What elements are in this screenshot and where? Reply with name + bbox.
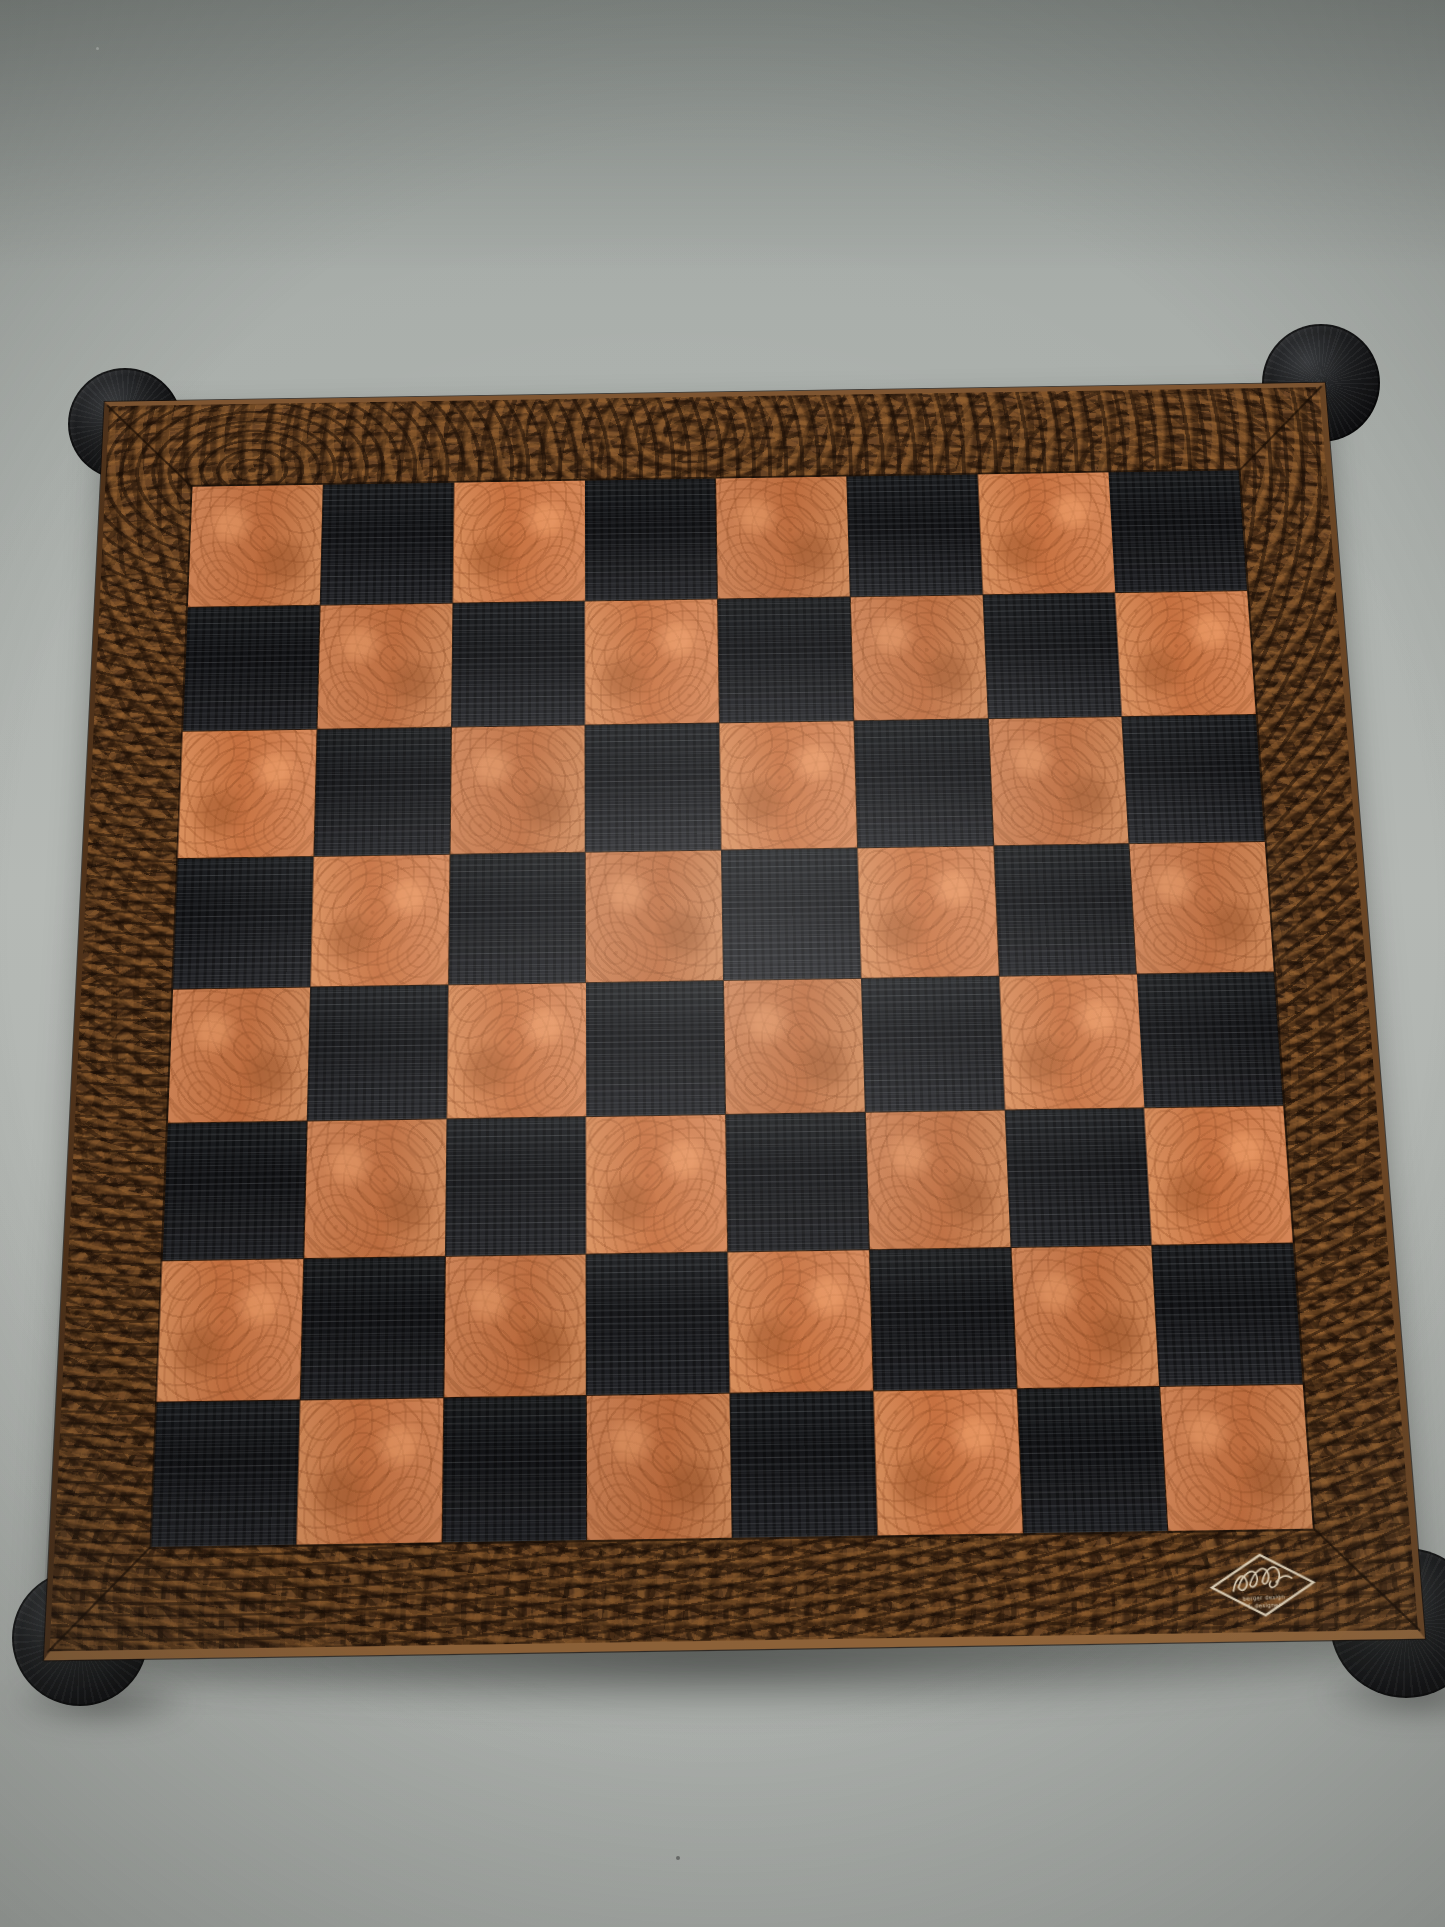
square-g5 xyxy=(994,844,1136,976)
photo-background: berger design & designer xyxy=(0,0,1445,1927)
square-b3 xyxy=(304,1119,446,1258)
square-h8 xyxy=(1109,470,1247,592)
square-h6 xyxy=(1123,715,1265,843)
square-e1 xyxy=(730,1391,877,1537)
square-e8 xyxy=(716,476,849,598)
square-b8 xyxy=(320,483,453,605)
frame-mitre-seam-bottom-left xyxy=(47,1547,151,1654)
square-g1 xyxy=(1017,1387,1167,1533)
square-g6 xyxy=(988,717,1128,845)
square-d2 xyxy=(587,1252,730,1394)
square-e2 xyxy=(728,1250,872,1392)
square-f5 xyxy=(858,846,999,978)
square-c5 xyxy=(449,853,586,985)
square-b7 xyxy=(317,604,452,729)
square-d7 xyxy=(585,599,718,724)
square-h1 xyxy=(1160,1385,1312,1531)
square-g7 xyxy=(983,593,1122,718)
square-h2 xyxy=(1152,1244,1302,1386)
square-h7 xyxy=(1116,591,1256,716)
square-d4 xyxy=(586,981,725,1116)
square-c7 xyxy=(452,602,585,727)
square-a2 xyxy=(157,1259,303,1402)
square-g2 xyxy=(1011,1246,1159,1388)
square-e3 xyxy=(726,1113,869,1252)
square-a5 xyxy=(173,857,313,989)
square-f6 xyxy=(854,719,993,847)
square-b4 xyxy=(307,985,447,1120)
square-c3 xyxy=(445,1117,585,1256)
logo-text-line1: berger design xyxy=(1243,1594,1286,1602)
square-b2 xyxy=(300,1257,444,1399)
dust-speck xyxy=(96,47,99,50)
square-c4 xyxy=(447,983,586,1118)
square-a7 xyxy=(183,606,319,731)
square-a4 xyxy=(168,988,310,1123)
maker-logo-svg: berger design & designer xyxy=(1207,1549,1319,1621)
square-b6 xyxy=(314,728,450,856)
square-b1 xyxy=(297,1398,443,1544)
square-c1 xyxy=(442,1396,586,1542)
frame-mitre-seam-bottom-right xyxy=(1314,1528,1421,1631)
square-b5 xyxy=(311,855,449,987)
square-g3 xyxy=(1005,1108,1151,1247)
square-d8 xyxy=(585,479,717,601)
square-c8 xyxy=(453,481,585,603)
square-d5 xyxy=(586,851,723,983)
square-a3 xyxy=(163,1122,307,1261)
frame-mitre-seam-top-right xyxy=(1239,386,1322,471)
chess-board: berger design & designer xyxy=(44,383,1425,1661)
square-e4 xyxy=(724,979,865,1114)
maker-signature xyxy=(1231,1566,1292,1591)
square-f7 xyxy=(851,595,988,720)
square-a6 xyxy=(178,730,316,858)
square-h4 xyxy=(1137,972,1283,1107)
square-f1 xyxy=(874,1389,1022,1535)
square-f8 xyxy=(847,474,982,596)
square-c2 xyxy=(444,1255,586,1397)
square-g4 xyxy=(999,975,1143,1110)
square-a1 xyxy=(152,1400,300,1546)
square-e7 xyxy=(718,597,853,722)
square-h5 xyxy=(1130,842,1274,974)
square-e5 xyxy=(722,848,861,980)
square-h3 xyxy=(1145,1106,1293,1245)
frame-mitre-seam-top-left xyxy=(107,405,192,487)
square-f3 xyxy=(866,1111,1010,1250)
square-c6 xyxy=(450,725,585,853)
square-d3 xyxy=(587,1115,728,1254)
dust-speck xyxy=(676,1856,680,1860)
square-d1 xyxy=(587,1394,732,1540)
square-f4 xyxy=(862,977,1004,1112)
square-a8 xyxy=(188,485,323,607)
square-d6 xyxy=(586,723,721,851)
maker-logo: berger design & designer xyxy=(1207,1549,1319,1621)
board-grid xyxy=(152,470,1313,1547)
square-e6 xyxy=(720,721,857,849)
square-g8 xyxy=(978,472,1115,594)
square-f2 xyxy=(870,1248,1016,1390)
